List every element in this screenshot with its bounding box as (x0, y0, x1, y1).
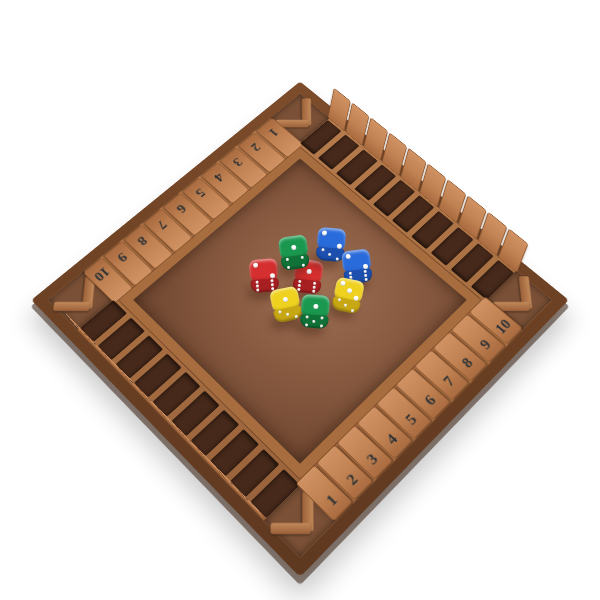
die-red-1[interactable] (249, 258, 280, 293)
die-green-1[interactable] (278, 234, 310, 271)
dice-area (0, 0, 600, 600)
die-green-2[interactable] (300, 294, 330, 329)
product-photo-stage: 1234567891012345678910123456789101234567… (0, 0, 600, 600)
die-yellow-1[interactable] (331, 276, 365, 314)
die-face-front (300, 314, 329, 329)
die-face-front (316, 247, 345, 262)
